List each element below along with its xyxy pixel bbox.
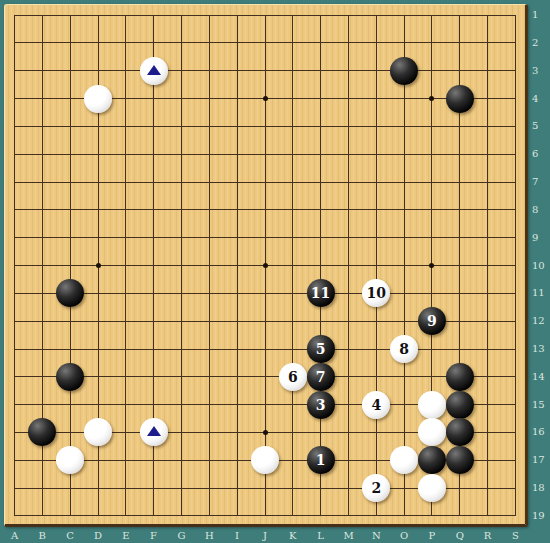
move-number-label: 2 [371,481,381,495]
grid-line-vertical [404,15,405,516]
grid-line-vertical [515,15,516,516]
triangle-marker-icon [147,426,161,436]
black-stone[interactable]: 3 [307,391,335,419]
column-label: I [227,531,247,541]
column-label: B [32,531,52,541]
white-stone[interactable] [84,85,112,113]
column-label: Q [450,531,470,541]
black-stone[interactable] [56,363,84,391]
grid-line-horizontal [15,515,516,516]
column-label: E [116,531,136,541]
row-label: 11 [529,288,550,298]
row-label: 15 [529,400,550,410]
star-point [96,263,101,268]
move-number-label: 11 [311,286,330,300]
column-label: G [172,531,192,541]
row-label: 9 [529,233,550,243]
black-stone[interactable]: 11 [307,279,335,307]
column-label: D [88,531,108,541]
move-number-label: 3 [316,398,326,412]
grid-line-vertical [348,15,349,516]
star-point [263,263,268,268]
column-label: H [199,531,219,541]
row-label: 3 [529,66,550,76]
white-stone[interactable] [418,474,446,502]
black-stone[interactable] [446,363,474,391]
row-label: 19 [529,511,550,521]
grid-line-vertical [376,15,377,516]
black-stone[interactable]: 5 [307,335,335,363]
star-point [263,96,268,101]
column-label: A [5,531,25,541]
black-stone[interactable] [418,446,446,474]
white-stone[interactable] [140,418,168,446]
row-label: 6 [529,149,550,159]
go-diagram-window: 1110958673412 ABCDEFGHIJKLMNOPQRS 123456… [0,0,550,543]
white-stone[interactable] [140,57,168,85]
black-stone[interactable]: 1 [307,446,335,474]
black-stone[interactable] [446,446,474,474]
white-stone[interactable]: 4 [362,391,390,419]
row-label: 10 [529,261,550,271]
black-stone[interactable] [390,57,418,85]
column-label: F [144,531,164,541]
white-stone[interactable] [418,391,446,419]
column-label: O [394,531,414,541]
move-number-label: 7 [316,370,326,384]
column-label: J [255,531,275,541]
row-label: 1 [529,10,550,20]
black-stone[interactable] [446,391,474,419]
grid-line-vertical [320,15,321,516]
grid-line-horizontal [15,349,516,350]
move-number-label: 8 [399,342,409,356]
row-label: 5 [529,121,550,131]
row-label: 13 [529,344,550,354]
row-label: 17 [529,455,550,465]
column-label: R [478,531,498,541]
white-stone[interactable]: 8 [390,335,418,363]
star-point [263,430,268,435]
move-number-label: 9 [427,314,437,328]
column-label: L [311,531,331,541]
row-label: 18 [529,483,550,493]
row-label: 12 [529,316,550,326]
column-label: N [366,531,386,541]
grid-line-vertical [292,15,293,516]
row-label: 4 [529,94,550,104]
move-number-label: 5 [316,342,326,356]
grid-line-horizontal [15,293,516,294]
triangle-marker-icon [147,65,161,75]
row-label: 8 [529,205,550,215]
black-stone[interactable] [446,85,474,113]
black-stone[interactable]: 7 [307,363,335,391]
grid-line-horizontal [15,376,516,377]
move-number-label: 4 [371,398,381,412]
column-label: C [60,531,80,541]
column-label: K [283,531,303,541]
black-stone[interactable] [446,418,474,446]
column-label: P [422,531,442,541]
black-stone[interactable]: 9 [418,307,446,335]
column-label: S [505,531,525,541]
move-number-label: 6 [288,370,298,384]
column-label: M [339,531,359,541]
row-label: 14 [529,372,550,382]
move-number-label: 1 [316,453,326,467]
row-label: 2 [529,38,550,48]
move-number-label: 10 [367,286,386,300]
row-label: 16 [529,427,550,437]
grid-line-vertical [487,15,488,516]
row-label: 7 [529,177,550,187]
white-stone[interactable]: 6 [279,363,307,391]
